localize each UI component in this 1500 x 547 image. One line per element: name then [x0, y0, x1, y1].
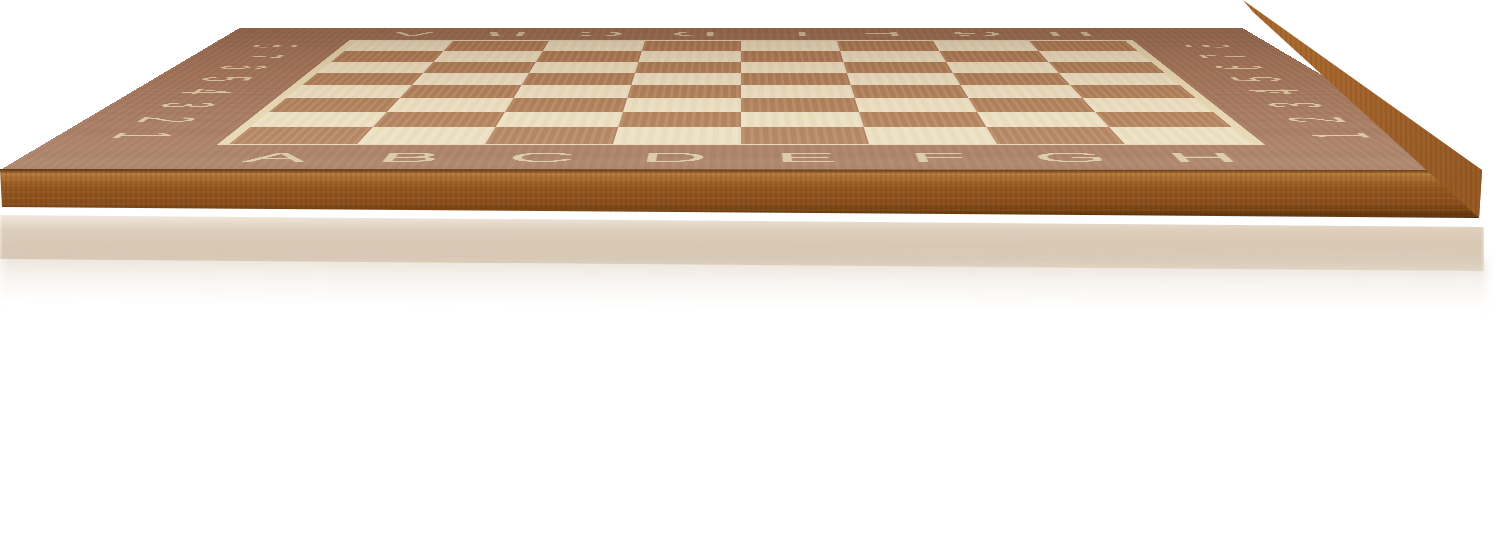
- lighting-sheen: [0, 28, 1482, 170]
- product-photo-stage: AABBCCDDEEFFGGHH1234567812345678: [0, 0, 1500, 547]
- chessboard-top: AABBCCDDEEFFGGHH1234567812345678: [0, 28, 1482, 170]
- reflection-haze: [0, 252, 1486, 312]
